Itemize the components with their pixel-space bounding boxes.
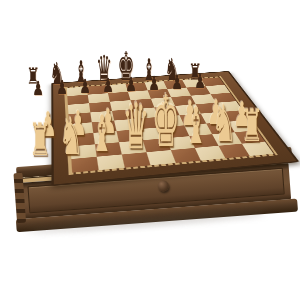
white-rook-glyph: ♜ <box>241 103 263 148</box>
white-knight-glyph: ♞ <box>212 98 236 149</box>
white-bishop-glyph: ♝ <box>185 101 207 151</box>
white-rook-glyph: ♜ <box>29 117 51 162</box>
black-pawn-glyph: ♟ <box>32 79 44 99</box>
white-bishop-glyph: ♝ <box>91 109 113 159</box>
white-queen-glyph: ♛ <box>123 95 150 158</box>
black-pawn-glyph: ♟ <box>102 76 114 96</box>
black-pawn-glyph: ♟ <box>194 72 206 92</box>
white-king-glyph: ♚ <box>152 86 180 157</box>
chess-set-photo: ♜♞♝♛♚♝♞♜♟♟♟♟♟♟♟♟♟♟♟♟♟♟♟♟♜♞♝♛♚♝♞♜ <box>0 0 300 300</box>
white-knight-glyph: ♞ <box>59 111 83 162</box>
black-pawn-glyph: ♟ <box>56 78 68 98</box>
black-pawn-glyph: ♟ <box>79 77 91 97</box>
